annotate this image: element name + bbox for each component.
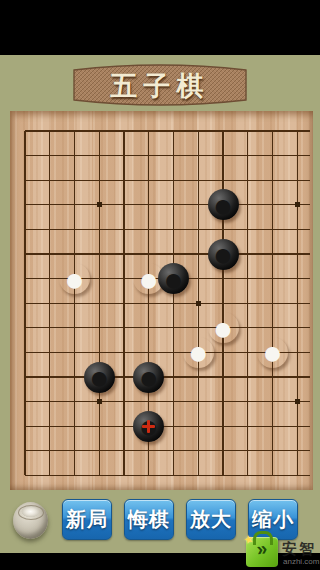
grid-line-horizontal — [25, 475, 310, 476]
grid-line-horizontal — [25, 401, 310, 402]
black-stone: ● — [84, 362, 115, 393]
zoom-in-button[interactable]: 放大 — [186, 499, 236, 540]
grid-line-horizontal — [25, 327, 310, 328]
status-bar — [0, 0, 320, 55]
black-stone: ● — [208, 239, 239, 270]
undo-move-button[interactable]: 悔棋 — [124, 499, 174, 540]
title-banner: 五子棋 — [0, 55, 320, 111]
star-point — [97, 202, 102, 207]
grid-line-horizontal — [25, 450, 310, 451]
grid-line-horizontal — [25, 155, 310, 156]
grid-line-horizontal — [25, 253, 310, 254]
anzhi-watermark: » ★ 安智 anzhi.com — [240, 533, 320, 570]
black-stone: ● — [133, 362, 164, 393]
grid-line-horizontal — [25, 426, 310, 427]
grid-line-horizontal — [25, 376, 310, 377]
black-stone: ● — [208, 189, 239, 220]
anzhi-bag-icon: » ★ — [246, 537, 278, 567]
black-stone: ● — [133, 411, 164, 442]
star-point — [295, 399, 300, 404]
grid-line-horizontal — [25, 204, 310, 205]
new-game-button[interactable]: 新局 — [62, 499, 112, 540]
watermark-domain: anzhi.com — [283, 557, 319, 566]
grid-line-horizontal — [25, 130, 310, 131]
app-screen: 五子棋 ●●●●●●●●●●● 新局 悔棋 放大 缩小 » ★ 安智 anzhi… — [0, 0, 320, 570]
white-stone: ● — [59, 263, 90, 294]
white-stone: ● — [257, 337, 288, 368]
star-point — [295, 202, 300, 207]
grid-line-horizontal — [25, 303, 310, 304]
white-stone: ● — [208, 312, 239, 343]
star-point — [196, 301, 201, 306]
grid-line-horizontal — [25, 180, 310, 181]
black-stone: ● — [158, 263, 189, 294]
stone-bowl-icon — [13, 502, 48, 539]
white-stone: ● — [183, 337, 214, 368]
page-title: 五子棋 — [70, 68, 250, 104]
star-point — [97, 399, 102, 404]
game-board[interactable]: ●●●●●●●●●●● — [10, 111, 313, 490]
grid-line-horizontal — [25, 229, 310, 230]
